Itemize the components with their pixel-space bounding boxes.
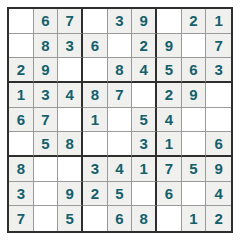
cell-r6c1[interactable] (9, 132, 34, 157)
cell-r7c3[interactable] (58, 157, 83, 182)
cell-r3c7: 5 (157, 58, 182, 83)
cell-r4c5: 7 (108, 83, 133, 108)
cell-r6c3: 8 (58, 132, 83, 157)
sudoku-page: 6739218362972984563134872967154583168341… (0, 0, 240, 240)
cell-r3c8: 6 (182, 58, 207, 83)
cell-r8c8[interactable] (182, 182, 207, 207)
cell-r9c4[interactable] (83, 206, 108, 231)
cell-r8c9: 4 (206, 182, 231, 207)
cell-r7c9: 9 (206, 157, 231, 182)
cell-r3c4[interactable] (83, 58, 108, 83)
cell-r4c3: 4 (58, 83, 83, 108)
cell-r1c9: 1 (206, 9, 231, 34)
cell-r3c2: 9 (34, 58, 59, 83)
cell-r9c5: 6 (108, 206, 133, 231)
cell-r7c1: 8 (9, 157, 34, 182)
cell-r1c8: 2 (182, 9, 207, 34)
cell-r6c4[interactable] (83, 132, 108, 157)
cell-r1c6: 9 (132, 9, 157, 34)
cell-r5c3[interactable] (58, 108, 83, 133)
cell-r9c6: 8 (132, 206, 157, 231)
cell-r2c7: 9 (157, 34, 182, 59)
cell-r7c4: 3 (83, 157, 108, 182)
cell-r9c1: 7 (9, 206, 34, 231)
cell-r5c9[interactable] (206, 108, 231, 133)
cell-r1c7[interactable] (157, 9, 182, 34)
cell-r2c1[interactable] (9, 34, 34, 59)
cell-r2c5[interactable] (108, 34, 133, 59)
sudoku-board: 6739218362972984563134872967154583168341… (7, 7, 233, 233)
cell-r9c7[interactable] (157, 206, 182, 231)
cell-r9c2[interactable] (34, 206, 59, 231)
cell-r7c2[interactable] (34, 157, 59, 182)
cell-r6c2: 5 (34, 132, 59, 157)
cell-r1c2: 6 (34, 9, 59, 34)
cell-r3c3[interactable] (58, 58, 83, 83)
cell-r9c8: 1 (182, 206, 207, 231)
cell-r5c2: 7 (34, 108, 59, 133)
cell-r7c7: 7 (157, 157, 182, 182)
cell-r7c8: 5 (182, 157, 207, 182)
cell-r3c9: 3 (206, 58, 231, 83)
cell-r6c7: 1 (157, 132, 182, 157)
cell-r5c5[interactable] (108, 108, 133, 133)
cell-r5c1: 6 (9, 108, 34, 133)
cell-r4c6[interactable] (132, 83, 157, 108)
cell-r2c9: 7 (206, 34, 231, 59)
cell-r8c4: 2 (83, 182, 108, 207)
cell-r4c4: 8 (83, 83, 108, 108)
cell-r6c6: 3 (132, 132, 157, 157)
cell-r3c1: 2 (9, 58, 34, 83)
cell-r3c5: 8 (108, 58, 133, 83)
cell-r3c6: 4 (132, 58, 157, 83)
cell-r8c2[interactable] (34, 182, 59, 207)
cell-r9c9: 2 (206, 206, 231, 231)
cell-r5c7: 4 (157, 108, 182, 133)
cell-r1c3: 7 (58, 9, 83, 34)
cell-r4c1: 1 (9, 83, 34, 108)
cell-r8c7: 6 (157, 182, 182, 207)
cell-r8c5: 5 (108, 182, 133, 207)
cell-r2c6: 2 (132, 34, 157, 59)
cell-r1c4[interactable] (83, 9, 108, 34)
cell-r9c3: 5 (58, 206, 83, 231)
cell-r1c1[interactable] (9, 9, 34, 34)
cell-r6c5[interactable] (108, 132, 133, 157)
cell-r5c8[interactable] (182, 108, 207, 133)
cell-r8c6[interactable] (132, 182, 157, 207)
cell-r2c3: 3 (58, 34, 83, 59)
cell-r8c1: 3 (9, 182, 34, 207)
cell-r4c9[interactable] (206, 83, 231, 108)
cell-r6c9: 6 (206, 132, 231, 157)
cell-r2c8[interactable] (182, 34, 207, 59)
cell-r4c7: 2 (157, 83, 182, 108)
cell-r4c8: 9 (182, 83, 207, 108)
cell-r7c5: 4 (108, 157, 133, 182)
cell-r1c5: 3 (108, 9, 133, 34)
cell-r4c2: 3 (34, 83, 59, 108)
cell-r2c2: 8 (34, 34, 59, 59)
cell-r2c4: 6 (83, 34, 108, 59)
cell-r6c8[interactable] (182, 132, 207, 157)
cell-r5c4: 1 (83, 108, 108, 133)
cell-r7c6: 1 (132, 157, 157, 182)
cell-r8c3: 9 (58, 182, 83, 207)
cell-r5c6: 5 (132, 108, 157, 133)
